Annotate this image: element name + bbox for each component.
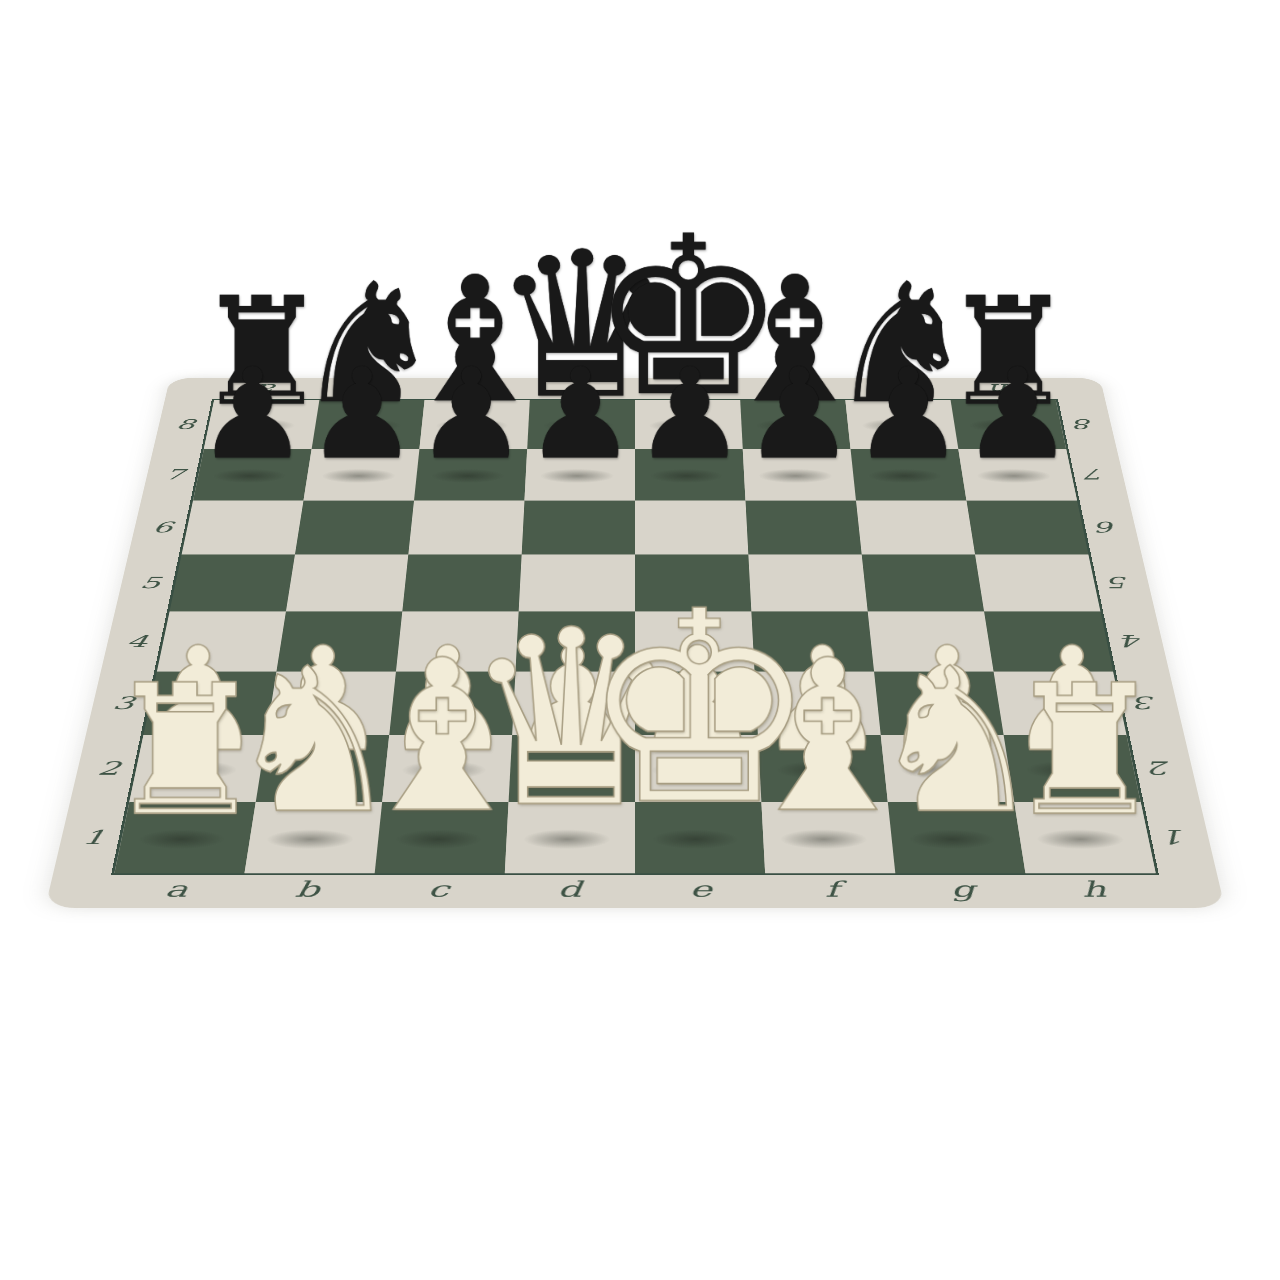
square-d7[interactable]: ♟ [525,449,635,500]
square-f6[interactable] [745,500,861,554]
file-label-g: g [843,381,950,397]
file-label-h: h [1026,876,1162,902]
piece-black-pawn[interactable]: ♟ [305,352,418,478]
square-h5[interactable] [975,554,1100,611]
piece-black-pawn[interactable]: ♟ [961,352,1074,478]
piece-black-pawn[interactable]: ♟ [743,352,856,478]
file-label-e: e [635,381,740,397]
file-label-f: f [765,876,898,902]
square-h1[interactable]: ♜ [1014,802,1155,873]
rank-label-7: 7 [1071,449,1120,500]
square-a6[interactable] [182,500,304,554]
file-label-a: a [108,876,244,902]
file-label-d: d [530,381,635,397]
square-h6[interactable] [966,500,1088,554]
rank-label-6: 6 [1082,500,1133,554]
rank-label-5: 5 [1094,554,1147,611]
square-d6[interactable] [522,500,635,554]
file-label-d: d [503,876,635,902]
piece-black-pawn[interactable]: ♟ [524,352,637,478]
square-b6[interactable] [295,500,414,554]
square-a7[interactable]: ♟ [193,449,312,500]
file-label-c: c [372,876,505,902]
chess-mat: abcdefgh abcdefgh 87654321 87654321 ♜♞♝♛… [45,378,1225,908]
file-label-f: f [739,381,845,397]
piece-black-pawn[interactable]: ♟ [633,352,746,478]
photo-of-chess-set: abcdefgh abcdefgh 87654321 87654321 ♜♞♝♛… [0,0,1280,1280]
square-e6[interactable] [635,500,748,554]
file-labels-far: abcdefgh [215,381,1055,397]
playing-field: ♜♞♝♛♚♝♞♜♟♟♟♟♟♟♟♟♟♟♟♟♟♟♟♟♜♞♝♛♚♝♞♜ [111,399,1159,875]
square-g5[interactable] [862,554,984,611]
file-label-a: a [215,381,323,397]
file-label-e: e [635,876,767,902]
file-labels-near: abcdefgh [108,876,1162,902]
file-label-b: b [240,876,374,902]
file-label-g: g [896,876,1030,902]
square-c6[interactable] [408,500,524,554]
square-g6[interactable] [856,500,975,554]
square-b7[interactable]: ♟ [304,449,420,500]
rank-label-5: 5 [124,554,177,611]
file-label-h: h [948,381,1056,397]
square-b5[interactable] [286,554,408,611]
scene: abcdefgh abcdefgh 87654321 87654321 ♜♞♝♛… [0,0,1280,1280]
square-h7[interactable]: ♟ [958,449,1077,500]
square-a5[interactable] [170,554,295,611]
file-label-c: c [425,381,531,397]
piece-black-pawn[interactable]: ♟ [415,352,528,478]
square-f7[interactable]: ♟ [743,449,856,500]
square-c7[interactable]: ♟ [414,449,527,500]
square-g7[interactable]: ♟ [851,449,967,500]
square-e7[interactable]: ♟ [635,449,745,500]
piece-black-pawn[interactable]: ♟ [852,352,965,478]
file-label-b: b [320,381,427,397]
piece-black-pawn[interactable]: ♟ [196,352,309,478]
